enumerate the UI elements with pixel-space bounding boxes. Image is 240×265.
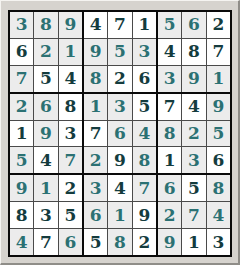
cell-r7c5[interactable]: 4: [108, 175, 131, 201]
cell-r5c1[interactable]: 1: [10, 121, 33, 147]
cell-r8c6[interactable]: 9: [133, 202, 156, 228]
cell-r9c7[interactable]: 9: [158, 229, 181, 255]
cell-r6c2[interactable]: 4: [34, 147, 57, 173]
cell-r6c7[interactable]: 1: [158, 147, 181, 173]
cell-r9c1[interactable]: 4: [10, 229, 33, 255]
cell-r2c7[interactable]: 4: [158, 39, 181, 65]
cell-r6c4[interactable]: 2: [84, 147, 107, 173]
sudoku-board: 3896217544719538265624873912681935471357…: [8, 10, 232, 257]
cell-r3c6[interactable]: 6: [133, 66, 156, 92]
cell-r6c5[interactable]: 9: [108, 147, 131, 173]
sudoku-box-1: 389621754: [10, 12, 82, 92]
cell-r9c6[interactable]: 2: [133, 229, 156, 255]
sudoku-box-3: 562487391: [158, 12, 230, 92]
cell-r3c5[interactable]: 2: [108, 66, 131, 92]
sudoku-box-8: 347619582: [84, 175, 156, 255]
cell-r1c5[interactable]: 7: [108, 12, 131, 38]
cell-r2c8[interactable]: 8: [182, 39, 205, 65]
sudoku-box-5: 135764298: [84, 94, 156, 174]
cell-r3c3[interactable]: 4: [59, 66, 82, 92]
cell-r2c1[interactable]: 6: [10, 39, 33, 65]
cell-r7c6[interactable]: 7: [133, 175, 156, 201]
cell-r8c5[interactable]: 1: [108, 202, 131, 228]
cell-r9c2[interactable]: 7: [34, 229, 57, 255]
cell-r3c4[interactable]: 8: [84, 66, 107, 92]
cell-r5c3[interactable]: 3: [59, 121, 82, 147]
cell-r6c1[interactable]: 5: [10, 147, 33, 173]
cell-r8c3[interactable]: 5: [59, 202, 82, 228]
cell-r7c2[interactable]: 1: [34, 175, 57, 201]
cell-r1c6[interactable]: 1: [133, 12, 156, 38]
cell-r8c1[interactable]: 8: [10, 202, 33, 228]
cell-r5c9[interactable]: 5: [207, 121, 230, 147]
cell-r1c3[interactable]: 9: [59, 12, 82, 38]
sudoku-box-4: 268193547: [10, 94, 82, 174]
cell-r3c7[interactable]: 3: [158, 66, 181, 92]
cell-r4c4[interactable]: 1: [84, 94, 107, 120]
cell-r4c6[interactable]: 5: [133, 94, 156, 120]
cell-r4c5[interactable]: 3: [108, 94, 131, 120]
cell-r2c4[interactable]: 9: [84, 39, 107, 65]
cell-r7c1[interactable]: 9: [10, 175, 33, 201]
cell-r9c5[interactable]: 8: [108, 229, 131, 255]
sudoku-box-6: 749825136: [158, 94, 230, 174]
cell-r2c5[interactable]: 5: [108, 39, 131, 65]
cell-r1c1[interactable]: 3: [10, 12, 33, 38]
cell-r1c8[interactable]: 6: [182, 12, 205, 38]
cell-r5c6[interactable]: 4: [133, 121, 156, 147]
cell-r8c4[interactable]: 6: [84, 202, 107, 228]
cell-r5c4[interactable]: 7: [84, 121, 107, 147]
cell-r7c4[interactable]: 3: [84, 175, 107, 201]
sudoku-box-7: 912835476: [10, 175, 82, 255]
cell-r2c9[interactable]: 7: [207, 39, 230, 65]
cell-r8c2[interactable]: 3: [34, 202, 57, 228]
cell-r9c9[interactable]: 3: [207, 229, 230, 255]
cell-r7c3[interactable]: 2: [59, 175, 82, 201]
cell-r9c8[interactable]: 1: [182, 229, 205, 255]
cell-r8c9[interactable]: 4: [207, 202, 230, 228]
cell-r5c8[interactable]: 2: [182, 121, 205, 147]
cell-r1c9[interactable]: 2: [207, 12, 230, 38]
cell-r6c8[interactable]: 3: [182, 147, 205, 173]
cell-r4c7[interactable]: 7: [158, 94, 181, 120]
cell-r9c4[interactable]: 5: [84, 229, 107, 255]
cell-r2c6[interactable]: 3: [133, 39, 156, 65]
cell-r3c2[interactable]: 5: [34, 66, 57, 92]
cell-r1c4[interactable]: 4: [84, 12, 107, 38]
cell-r1c7[interactable]: 5: [158, 12, 181, 38]
cell-r4c3[interactable]: 8: [59, 94, 82, 120]
cell-r2c3[interactable]: 1: [59, 39, 82, 65]
cell-r6c6[interactable]: 8: [133, 147, 156, 173]
cell-r7c8[interactable]: 5: [182, 175, 205, 201]
sudoku-box-9: 658274913: [158, 175, 230, 255]
cell-r7c7[interactable]: 6: [158, 175, 181, 201]
cell-r9c3[interactable]: 6: [59, 229, 82, 255]
cell-r5c7[interactable]: 8: [158, 121, 181, 147]
cell-r3c8[interactable]: 9: [182, 66, 205, 92]
cell-r7c9[interactable]: 8: [207, 175, 230, 201]
cell-r5c2[interactable]: 9: [34, 121, 57, 147]
cell-r4c1[interactable]: 2: [10, 94, 33, 120]
cell-r2c2[interactable]: 2: [34, 39, 57, 65]
cell-r5c5[interactable]: 6: [108, 121, 131, 147]
cell-r8c7[interactable]: 2: [158, 202, 181, 228]
cell-r1c2[interactable]: 8: [34, 12, 57, 38]
cell-r6c9[interactable]: 6: [207, 147, 230, 173]
cell-r3c1[interactable]: 7: [10, 66, 33, 92]
sudoku-box-2: 471953826: [84, 12, 156, 92]
cell-r3c9[interactable]: 1: [207, 66, 230, 92]
cell-r6c3[interactable]: 7: [59, 147, 82, 173]
cell-r4c9[interactable]: 9: [207, 94, 230, 120]
cell-r8c8[interactable]: 7: [182, 202, 205, 228]
cell-r4c8[interactable]: 4: [182, 94, 205, 120]
cell-r4c2[interactable]: 6: [34, 94, 57, 120]
